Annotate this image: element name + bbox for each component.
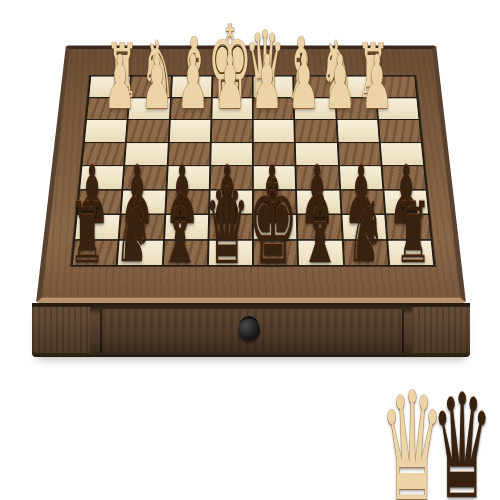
board-square [168, 143, 209, 165]
board-square [254, 190, 296, 213]
board-square [212, 98, 252, 119]
board-square [163, 240, 207, 265]
board-square [166, 190, 209, 213]
sample-light-queen-piece: ♛ [380, 372, 445, 500]
board-square [89, 77, 130, 97]
board-square [375, 77, 416, 97]
board-square [171, 77, 211, 97]
board-square [379, 120, 421, 141]
board-square [87, 98, 128, 119]
board-square [125, 143, 167, 165]
board-square [343, 240, 388, 265]
board-square [120, 215, 164, 239]
board-square [122, 190, 165, 213]
board-square [339, 166, 382, 189]
board-square [294, 77, 334, 97]
board-square [295, 120, 336, 141]
board-square [83, 143, 126, 165]
base-right-face [412, 307, 470, 353]
board-square [254, 120, 294, 141]
base-left-face [32, 307, 90, 353]
board-square [73, 240, 118, 265]
board-square [295, 98, 335, 119]
board-square [169, 120, 210, 141]
board-square [296, 143, 338, 165]
board-square [130, 77, 170, 97]
board-base [32, 303, 470, 357]
product-photo: ♜♞♝♚♛♝♞♜♟♟♟♟♟♟♟♟♟♟♟♟♟♟♟♟♜♞♝♛♚♝♞♜ ♛ ♛ [0, 0, 500, 500]
board-square [337, 120, 378, 141]
chess-board-lid [36, 45, 466, 303]
board-square [299, 240, 343, 265]
board-square [297, 166, 339, 189]
sample-dark-queen-piece: ♛ [431, 375, 493, 500]
board-square [384, 190, 428, 213]
board-square [254, 143, 295, 165]
board-square [165, 215, 208, 239]
board-square [254, 166, 296, 189]
board-square [380, 143, 423, 165]
board-square [212, 120, 252, 141]
board-square [127, 120, 168, 141]
board-square [338, 143, 380, 165]
board-square [254, 240, 297, 265]
board-square [335, 77, 375, 97]
board-square [129, 98, 170, 119]
board-square [85, 120, 127, 141]
board-square [388, 240, 433, 265]
board-square [210, 166, 252, 189]
board-square [254, 98, 294, 119]
board-square [386, 215, 431, 239]
board-square [254, 215, 297, 239]
board-square [124, 166, 167, 189]
board-square [298, 215, 341, 239]
board-square [342, 215, 386, 239]
board-square [118, 240, 163, 265]
board-square [167, 166, 209, 189]
board-square [213, 77, 252, 97]
board-square [210, 190, 252, 213]
board-square [78, 190, 122, 213]
board-square [80, 166, 123, 189]
board-square [382, 166, 425, 189]
board-square [336, 98, 377, 119]
drawer-knob [238, 319, 260, 341]
board-square [170, 98, 210, 119]
board-square [209, 215, 252, 239]
board-square [297, 190, 340, 213]
board-square [211, 143, 252, 165]
board-square [341, 190, 384, 213]
chess-board-grid [71, 75, 436, 266]
board-square [377, 98, 418, 119]
board-square [209, 240, 252, 265]
board-square [254, 77, 293, 97]
board-square [75, 215, 119, 239]
